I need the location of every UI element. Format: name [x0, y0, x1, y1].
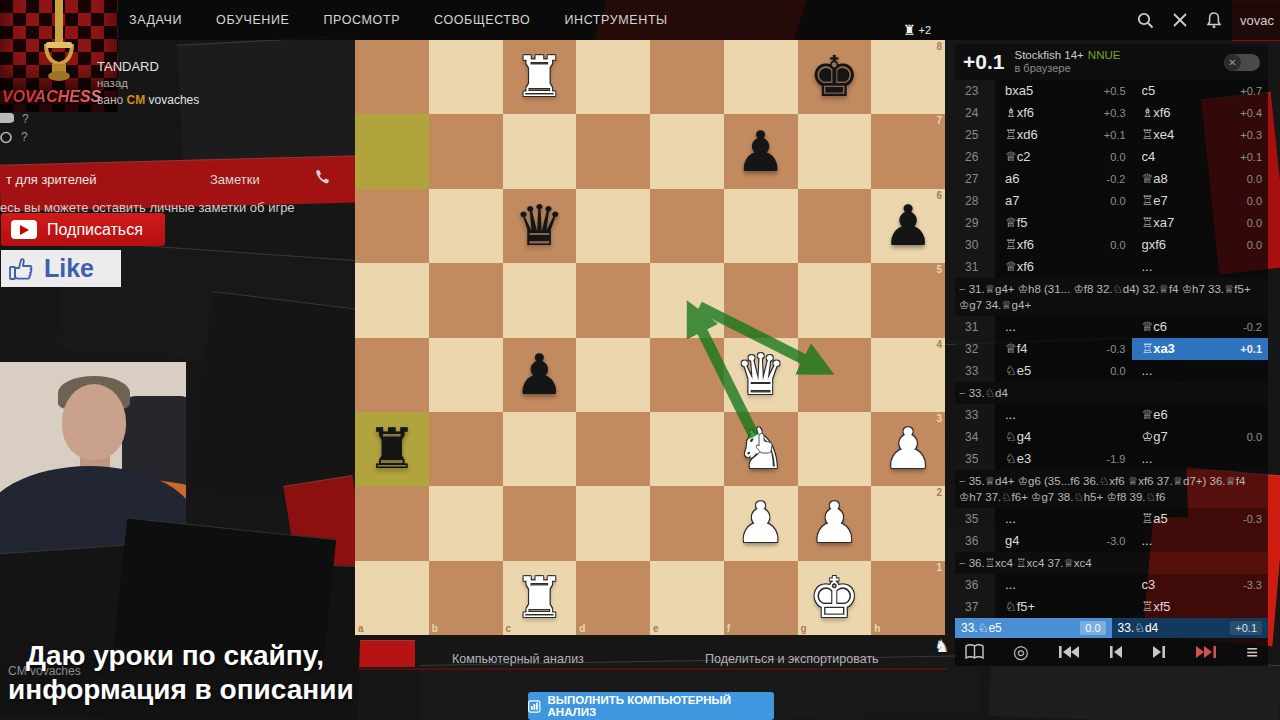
square-d5[interactable] — [576, 263, 650, 337]
collapse-icon[interactable]: − — [959, 475, 966, 487]
white-move[interactable]: a70.0 — [995, 190, 1132, 212]
square-b1[interactable]: b — [429, 561, 503, 635]
file-label-h: h — [874, 623, 880, 634]
white-pawn-h3[interactable]: ♟ — [871, 412, 945, 486]
square-a1[interactable]: a — [355, 561, 429, 635]
black-pawn-f7[interactable]: ♟ — [724, 114, 798, 188]
white-move[interactable]: ♖xd6+0.1 — [995, 124, 1132, 146]
square-a2[interactable] — [355, 486, 429, 560]
white-rook-icon: ♜ — [903, 22, 916, 38]
black-move[interactable]: ♖xe4+0.3 — [1132, 124, 1269, 146]
black-move[interactable]: ... — [1132, 448, 1269, 470]
player-rating-row: ? — [0, 112, 29, 126]
move-row-23: 23bxa5+0.5c5+0.7 — [955, 80, 1268, 102]
square-d6[interactable] — [576, 189, 650, 263]
white-pawn-f2[interactable]: ♟ — [724, 486, 798, 560]
square-b5[interactable] — [429, 263, 503, 337]
square-d7[interactable] — [576, 114, 650, 188]
file-label-e: e — [653, 623, 659, 634]
white-move[interactable]: ... — [995, 574, 1132, 596]
file-label-f: f — [727, 623, 730, 634]
square-b7[interactable] — [429, 114, 503, 188]
white-king-g1[interactable]: ♚ — [798, 561, 872, 635]
player-rating-row: ? — [0, 130, 28, 144]
notifications-bell-icon[interactable] — [1206, 12, 1222, 29]
username[interactable]: vovac — [1240, 13, 1274, 28]
square-a5[interactable] — [355, 263, 429, 337]
move-row-33: 33...♕e6 — [955, 404, 1268, 426]
move-eval: -0.3 — [1107, 338, 1126, 360]
square-e5[interactable] — [650, 263, 724, 337]
practice-target-icon[interactable]: ◎ — [1013, 641, 1029, 663]
square-d4[interactable] — [576, 338, 650, 412]
move-eval: 0.0 — [1110, 146, 1125, 168]
black-move[interactable]: ♖a5-0.3 — [1132, 508, 1269, 530]
black-move[interactable]: ... — [1132, 256, 1269, 278]
square-f2[interactable]: ♟ — [724, 486, 798, 560]
challenge-cross-icon[interactable] — [1172, 12, 1188, 28]
move-eval: +0.3 — [1240, 124, 1262, 146]
move-row-33: 33♘e50.0... — [955, 360, 1268, 382]
square-e8[interactable] — [650, 40, 724, 114]
square-a8[interactable] — [355, 40, 429, 114]
white-move[interactable]: ♕f5 — [995, 212, 1132, 234]
chess-board[interactable]: ♜♚8♟7♛6♟5♟♛4♜♞3♟♟♟2abc♜defg♚h1 — [355, 40, 945, 635]
file-label-a: a — [358, 623, 364, 634]
tab-underline — [358, 668, 948, 670]
move-row-25: 25♖xd6+0.1♖xe4+0.3 — [955, 124, 1268, 146]
toggle-off-icon: ✕ — [1224, 54, 1241, 71]
black-queen-c6[interactable]: ♛ — [503, 189, 577, 263]
square-f4[interactable]: ♛ — [724, 338, 798, 412]
nav-item-обучение[interactable]: ОБУЧЕНИЕ — [216, 13, 289, 27]
square-g4[interactable] — [798, 338, 872, 412]
analysis-controls: ◎ ≡ — [955, 638, 1268, 666]
suggestion-ne5[interactable]: 33.♘e5 0.0 — [955, 618, 1112, 638]
square-h2[interactable]: 2 — [871, 486, 945, 560]
square-c6[interactable]: ♛ — [503, 189, 577, 263]
engine-location: в браузере — [1014, 62, 1214, 76]
square-e2[interactable] — [650, 486, 724, 560]
black-king-g8[interactable]: ♚ — [798, 40, 872, 114]
white-move[interactable]: ♕f4-0.3 — [995, 338, 1132, 360]
white-move[interactable]: bxa5+0.5 — [995, 80, 1132, 102]
square-b6[interactable] — [429, 189, 503, 263]
rank-label-8: 8 — [936, 41, 942, 52]
move-number: 25 — [955, 124, 995, 146]
square-a7[interactable] — [355, 114, 429, 188]
lesson-text-line1: Даю уроки по скайпу, — [26, 640, 324, 672]
black-move[interactable]: c4+0.1 — [1132, 146, 1269, 168]
move-number: 30 — [955, 234, 995, 256]
black-move[interactable]: ♕e6 — [1132, 404, 1269, 426]
square-b2[interactable] — [429, 486, 503, 560]
black-rook-a3[interactable]: ♜ — [355, 412, 429, 486]
move-number: 23 — [955, 80, 995, 102]
move-row-35: 35...♖a5-0.3 — [955, 508, 1268, 530]
move-eval: -1.9 — [1107, 448, 1126, 470]
black-move[interactable]: gxf60.0 — [1132, 234, 1269, 256]
tab-notes[interactable]: Заметки — [210, 172, 260, 187]
move-eval: 0.0 — [1110, 360, 1125, 382]
square-d2[interactable] — [576, 486, 650, 560]
square-a4[interactable] — [355, 338, 429, 412]
collapse-icon[interactable]: − — [959, 387, 966, 399]
move-eval: 0.0 — [1247, 190, 1262, 212]
move-number: 36 — [955, 530, 995, 552]
last-move-button[interactable] — [1195, 645, 1217, 659]
move-eval: -3.3 — [1243, 574, 1262, 596]
black-move[interactable]: ... — [1132, 360, 1269, 382]
white-move[interactable]: ... — [995, 404, 1132, 426]
move-row-30: 30♖xf60.0gxf60.0 — [955, 234, 1268, 256]
square-h6[interactable]: 6♟ — [871, 189, 945, 263]
bg-cube — [177, 35, 363, 165]
eval-score: +0.1 — [963, 50, 1004, 74]
suggestion-nd4[interactable]: 33.♘d4 +0.1 — [1112, 618, 1269, 638]
variation-comment[interactable]: −36.♖xc4 ♖xc4 37.♕xc4 — [955, 552, 1268, 574]
move-row-35: 35♘e3-1.9... — [955, 448, 1268, 470]
top-nav-bar: РАЗАДАЧИОБУЧЕНИЕПРОСМОТРСООБЩЕСТВОИНСТРУ… — [0, 0, 1280, 40]
move-eval: -0.2 — [1107, 168, 1126, 190]
file-label-b: b — [432, 623, 438, 634]
square-e4[interactable] — [650, 338, 724, 412]
move-row-29: 29♕f5♖xa70.0 — [955, 212, 1268, 234]
move-row-26: 26♕c20.0c4+0.1 — [955, 146, 1268, 168]
move-row-31: 31♕xf6... — [955, 256, 1268, 278]
square-f6[interactable] — [724, 189, 798, 263]
rank-label-5: 5 — [936, 264, 942, 275]
white-move[interactable]: ♘g4 — [995, 426, 1132, 448]
youtube-play-icon — [11, 220, 37, 239]
white-queen-f4[interactable]: ♛ — [724, 338, 798, 412]
square-g6[interactable] — [798, 189, 872, 263]
white-rook-c1[interactable]: ♜ — [503, 561, 577, 635]
white-move[interactable]: ♕xf6 — [995, 256, 1132, 278]
white-move[interactable]: ♗xf6+0.3 — [995, 102, 1132, 124]
game-variant: TANDARD — [97, 59, 159, 74]
menu-button[interactable]: ≡ — [1246, 641, 1258, 664]
move-row-36: 36g4-3.0... — [955, 530, 1268, 552]
variation-comment[interactable]: −35.♕d4+ ♔g6 (35...f6 36.♘xf6 ♕xf6 37.♕d… — [955, 470, 1268, 508]
move-number: 33 — [955, 360, 995, 382]
black-pawn-c4[interactable]: ♟ — [503, 338, 577, 412]
black-move[interactable]: ♕a80.0 — [1132, 168, 1269, 190]
tab-spectator-chat[interactable]: т для зрителей — [6, 172, 97, 187]
tab-computer-analysis[interactable]: Компьютерный анализ — [452, 652, 584, 666]
move-number: 29 — [955, 212, 995, 234]
move-number: 33 — [955, 404, 995, 426]
move-row-34: 34♘g4♔g70.0 — [955, 426, 1268, 448]
prev-move-button[interactable] — [1109, 645, 1123, 659]
square-h1[interactable]: h1 — [871, 561, 945, 635]
nav-item-задачи[interactable]: ЗАДАЧИ — [129, 13, 182, 27]
black-move[interactable]: ♖e70.0 — [1132, 190, 1269, 212]
move-number: 26 — [955, 146, 995, 168]
square-h3[interactable]: 3♟ — [871, 412, 945, 486]
request-analysis-button[interactable]: ВЫПОЛНИТЬ КОМПЬЮТЕРНЫЙ АНАЛИЗ — [528, 692, 774, 720]
square-h7[interactable]: 7 — [871, 114, 945, 188]
move-number: 24 — [955, 102, 995, 124]
like-button[interactable]: Like — [1, 250, 121, 287]
square-e1[interactable]: e — [650, 561, 724, 635]
move-number: 35 — [955, 448, 995, 470]
move-number: 32 — [955, 338, 995, 360]
collapse-icon[interactable]: − — [959, 283, 966, 295]
white-move[interactable]: ♖xf60.0 — [995, 234, 1132, 256]
move-row-31: 31...♕c6-0.2 — [955, 316, 1268, 338]
nav-items: РАЗАДАЧИОБУЧЕНИЕПРОСМОТРСООБЩЕСТВОИНСТРУ… — [78, 13, 668, 27]
white-move[interactable]: ♘f5+ — [995, 596, 1132, 618]
black-move[interactable]: ♖xa70.0 — [1132, 212, 1269, 234]
move-eval: -0.3 — [1243, 508, 1262, 530]
nav-item-просмотр[interactable]: ПРОСМОТР — [324, 13, 401, 27]
square-f8[interactable] — [724, 40, 798, 114]
move-eval: +0.4 — [1240, 102, 1262, 124]
bg-cube — [355, 640, 415, 667]
black-move[interactable]: c3-3.3 — [1132, 574, 1269, 596]
square-f5[interactable] — [724, 263, 798, 337]
white-move[interactable]: g4-3.0 — [995, 530, 1132, 552]
move-row-36: 36...c3-3.3 — [955, 574, 1268, 596]
circle-icon — [0, 131, 13, 144]
streamer-face — [62, 384, 126, 460]
move-number: 36 — [955, 574, 995, 596]
move-number: 31 — [955, 316, 995, 338]
square-c5[interactable] — [503, 263, 577, 337]
file-label-d: d — [579, 623, 585, 634]
engine-suggestions: 33.♘e5 0.0 33.♘d4 +0.1 — [955, 618, 1268, 638]
engine-name: Stockfish 14+ — [1014, 49, 1083, 61]
move-number: 35 — [955, 508, 995, 530]
white-move[interactable]: ... — [995, 316, 1132, 338]
chat-bubble-icon — [0, 113, 14, 125]
move-eval: -0.2 — [1243, 316, 1262, 338]
square-a6[interactable] — [355, 189, 429, 263]
square-c8[interactable]: ♜ — [503, 40, 577, 114]
variation-comment[interactable]: −31.♕g4+ ♔h8 (31... ♔f8 32.♘d4) 32.♕f4 ♔… — [955, 278, 1268, 316]
lesson-text-line2: информация в описании — [8, 674, 354, 706]
square-g3[interactable] — [798, 412, 872, 486]
square-d3[interactable] — [576, 412, 650, 486]
variation-comment[interactable]: −33.♘d4 — [955, 382, 1268, 404]
square-c2[interactable] — [503, 486, 577, 560]
move-number: 37 — [955, 596, 995, 618]
square-g2[interactable]: ♟ — [798, 486, 872, 560]
rank-label-2: 2 — [936, 487, 942, 498]
move-number: 27 — [955, 168, 995, 190]
black-move[interactable]: ♖xa3+0.1 — [1132, 338, 1269, 360]
move-eval: +0.1 — [1104, 124, 1126, 146]
move-eval: -3.0 — [1107, 530, 1126, 552]
white-rook-c8[interactable]: ♜ — [503, 40, 577, 114]
square-c1[interactable]: c♜ — [503, 561, 577, 635]
black-move[interactable]: ... — [1132, 530, 1269, 552]
move-number: 34 — [955, 426, 995, 448]
white-move[interactable]: ... — [995, 508, 1132, 530]
square-c7[interactable] — [503, 114, 577, 188]
square-e6[interactable] — [650, 189, 724, 263]
move-number: 31 — [955, 256, 995, 278]
move-eval: 0.0 — [1110, 234, 1125, 256]
black-pawn-h6[interactable]: ♟ — [871, 189, 945, 263]
move-eval: +0.3 — [1104, 102, 1126, 124]
white-move[interactable]: ♕c20.0 — [995, 146, 1132, 168]
square-e7[interactable] — [650, 114, 724, 188]
nav-item-сообщество[interactable]: СООБЩЕСТВО — [434, 13, 530, 27]
move-row-28: 28a70.0♖e70.0 — [955, 190, 1268, 212]
square-g1[interactable]: g♚ — [798, 561, 872, 635]
square-g5[interactable] — [798, 263, 872, 337]
first-move-button[interactable] — [1058, 645, 1080, 659]
square-d1[interactable]: d — [576, 561, 650, 635]
move-eval: 0.0 — [1247, 212, 1262, 234]
move-eval: +0.1 — [1240, 146, 1262, 168]
white-move[interactable]: ♘e3-1.9 — [995, 448, 1132, 470]
material-advantage: ♜ +2 — [903, 22, 931, 38]
brand-name: VOVACHESS — [2, 88, 152, 106]
square-f7[interactable]: ♟ — [724, 114, 798, 188]
nav-item-инструменты[interactable]: ИНСТРУМЕНТЫ — [564, 13, 667, 27]
square-b8[interactable] — [429, 40, 503, 114]
move-eval: 0.0 — [1110, 190, 1125, 212]
square-a3[interactable]: ♜ — [355, 412, 429, 486]
black-move[interactable]: c5+0.7 — [1132, 80, 1269, 102]
square-b3[interactable] — [429, 412, 503, 486]
chart-icon — [528, 700, 541, 713]
square-b4[interactable] — [429, 338, 503, 412]
move-row-37: 37♘f5+♖xf5 — [955, 596, 1268, 618]
notes-phone-icon[interactable] — [314, 168, 332, 190]
engine-toggle[interactable]: ✕ — [1224, 54, 1260, 71]
subscribe-button[interactable]: Подписаться — [1, 213, 165, 246]
square-d8[interactable] — [576, 40, 650, 114]
square-f3[interactable]: ♞ — [724, 412, 798, 486]
move-row-27: 27a6-0.2♕a80.0 — [955, 168, 1268, 190]
move-eval: +0.1 — [1240, 338, 1262, 360]
black-move[interactable]: ♕c6-0.2 — [1132, 316, 1269, 338]
white-move[interactable]: ♘e50.0 — [995, 360, 1132, 382]
collapse-icon[interactable]: − — [959, 557, 966, 569]
black-move[interactable]: ♖xf5 — [1132, 596, 1269, 618]
rank-label-1: 1 — [936, 562, 942, 573]
move-eval: +0.7 — [1240, 80, 1262, 102]
tab-share-export[interactable]: Поделиться и экспортировать — [705, 652, 879, 666]
square-f1[interactable]: f — [724, 561, 798, 635]
move-number: 28 — [955, 190, 995, 212]
move-list: 23bxa5+0.5c5+0.724♗xf6+0.3♗xf6+0.425♖xd6… — [955, 80, 1268, 618]
move-eval: +0.5 — [1104, 80, 1126, 102]
nnue-badge: NNUE — [1088, 49, 1121, 61]
thumbs-up-icon — [9, 256, 35, 282]
move-row-24: 24♗xf6+0.3♗xf6+0.4 — [955, 102, 1268, 124]
white-knight-f3[interactable]: ♞ — [724, 412, 798, 486]
square-g7[interactable] — [798, 114, 872, 188]
rank-label-7: 7 — [936, 115, 942, 126]
black-move[interactable]: ♔g70.0 — [1132, 426, 1269, 448]
analysis-panel: +0.1 Stockfish 14+NNUE в браузере ✕ 23bx… — [955, 44, 1268, 666]
move-row-32: 32♕f4-0.3♖xa3+0.1 — [955, 338, 1268, 360]
square-h8[interactable]: 8 — [871, 40, 945, 114]
white-pawn-g2[interactable]: ♟ — [798, 486, 872, 560]
square-g8[interactable]: ♚ — [798, 40, 872, 114]
move-eval: 0.0 — [1247, 234, 1262, 256]
square-c4[interactable]: ♟ — [503, 338, 577, 412]
square-c3[interactable] — [503, 412, 577, 486]
search-icon[interactable] — [1137, 12, 1154, 29]
white-move[interactable]: a6-0.2 — [995, 168, 1132, 190]
engine-eval-header: +0.1 Stockfish 14+NNUE в браузере ✕ — [955, 44, 1268, 80]
opening-book-icon[interactable] — [965, 644, 984, 660]
move-eval: 0.0 — [1247, 168, 1262, 190]
rank-label-4: 4 — [936, 339, 942, 350]
black-move[interactable]: ♗xf6+0.4 — [1132, 102, 1269, 124]
square-e3[interactable] — [650, 412, 724, 486]
move-eval: 0.0 — [1247, 426, 1262, 448]
stream-screen: РАЗАДАЧИОБУЧЕНИЕПРОСМОТРСООБЩЕСТВОИНСТРУ… — [0, 0, 1280, 720]
square-h5[interactable]: 5 — [871, 263, 945, 337]
white-knight-icon: ♞ — [934, 636, 949, 656]
square-h4[interactable]: 4 — [871, 338, 945, 412]
next-move-button[interactable] — [1152, 645, 1166, 659]
